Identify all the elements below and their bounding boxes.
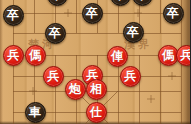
piece-red-soldier-3[interactable]: 兵 — [43, 66, 64, 87]
piece-red-chariot-1[interactable]: 俥 — [107, 46, 128, 67]
piece-red-horse-1[interactable]: 傌 — [25, 45, 46, 66]
piece-red-advisor-1[interactable]: 仕 — [86, 102, 107, 123]
piece-black-soldier-5[interactable]: 卒 — [82, 3, 103, 24]
piece-black-soldier-4[interactable]: 卒 — [3, 5, 24, 26]
piece-red-soldier-5[interactable]: 兵 — [120, 66, 141, 87]
xiangqi-board[interactable]: 楚河 漢界 卒卒卒卒卒卒卒卒車兵傌俥傌兵兵兵兵炮相仕 — [0, 0, 190, 124]
piece-red-soldier-1[interactable]: 兵 — [3, 45, 24, 66]
piece-black-soldier-7[interactable]: 卒 — [45, 23, 66, 44]
piece-red-elephant-1[interactable]: 相 — [86, 79, 107, 100]
piece-black-chariot-1[interactable]: 車 — [25, 102, 46, 123]
piece-black-soldier-6[interactable]: 卒 — [163, 3, 184, 24]
piece-red-cannon-1[interactable]: 炮 — [65, 79, 86, 100]
piece-red-soldier-2[interactable]: 兵 — [176, 45, 191, 66]
piece-black-soldier-8[interactable]: 卒 — [123, 22, 144, 43]
